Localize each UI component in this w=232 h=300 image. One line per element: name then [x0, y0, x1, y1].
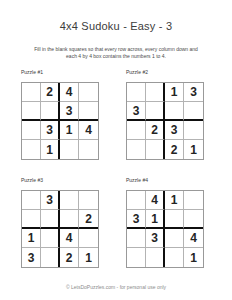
given-cell: 1	[79, 248, 98, 267]
instructions-line-1: Fill in the blank squares so that every …	[0, 46, 232, 53]
empty-cell	[127, 191, 146, 210]
puzzle-1-grid: 2433141	[21, 82, 99, 160]
puzzle-1-label: Puzzle #1	[21, 69, 103, 75]
given-cell: 2	[41, 83, 60, 102]
given-cell: 3	[41, 191, 60, 210]
given-cell: 3	[146, 229, 165, 248]
given-cell: 1	[165, 191, 184, 210]
empty-cell	[127, 229, 146, 248]
puzzle-3-grid: 3214321	[21, 190, 99, 268]
given-cell: 2	[79, 210, 98, 229]
given-cell: 4	[146, 191, 165, 210]
given-cell: 4	[60, 229, 79, 248]
empty-cell	[146, 102, 165, 121]
empty-cell	[22, 210, 41, 229]
puzzle-4: Puzzle #4 4131341	[126, 177, 208, 268]
empty-cell	[41, 102, 60, 121]
empty-cell	[79, 102, 98, 121]
given-cell: 4	[79, 121, 98, 140]
empty-cell	[79, 140, 98, 159]
instructions-line-2: each 4 by 4 box contains the numbers 1 t…	[0, 53, 232, 60]
given-cell: 3	[127, 210, 146, 229]
given-cell: 2	[146, 121, 165, 140]
given-cell: 4	[184, 229, 203, 248]
page-title: 4x4 Sudoku - Easy - 3	[0, 20, 232, 32]
given-cell: 3	[41, 121, 60, 140]
worksheet-page: 4x4 Sudoku - Easy - 3 Fill in the blank …	[0, 0, 232, 300]
given-cell: 4	[60, 83, 79, 102]
empty-cell	[22, 83, 41, 102]
given-cell: 3	[60, 102, 79, 121]
empty-cell	[60, 140, 79, 159]
given-cell: 2	[165, 140, 184, 159]
empty-cell	[165, 102, 184, 121]
puzzle-4-label: Puzzle #4	[126, 177, 208, 183]
instructions: Fill in the blank squares so that every …	[0, 46, 232, 60]
empty-cell	[127, 83, 146, 102]
empty-cell	[60, 210, 79, 229]
empty-cell	[184, 210, 203, 229]
empty-cell	[146, 83, 165, 102]
empty-cell	[184, 191, 203, 210]
given-cell: 1	[184, 248, 203, 267]
given-cell: 1	[22, 229, 41, 248]
given-cell: 1	[146, 210, 165, 229]
empty-cell	[184, 102, 203, 121]
empty-cell	[60, 191, 79, 210]
empty-cell	[41, 210, 60, 229]
empty-cell	[22, 121, 41, 140]
empty-cell	[165, 210, 184, 229]
given-cell: 1	[41, 140, 60, 159]
given-cell: 3	[165, 121, 184, 140]
empty-cell	[79, 229, 98, 248]
puzzle-3-label: Puzzle #3	[21, 177, 103, 183]
empty-cell	[127, 140, 146, 159]
footer-credit: © LetsDoPuzzles.com - for personal use o…	[0, 284, 232, 290]
empty-cell	[146, 140, 165, 159]
puzzle-2: Puzzle #2 1332321	[126, 69, 208, 160]
given-cell: 3	[184, 83, 203, 102]
puzzle-4-grid: 4131341	[126, 190, 204, 268]
empty-cell	[184, 121, 203, 140]
empty-cell	[127, 121, 146, 140]
empty-cell	[41, 229, 60, 248]
given-cell: 3	[127, 102, 146, 121]
empty-cell	[146, 248, 165, 267]
puzzle-2-grid: 1332321	[126, 82, 204, 160]
empty-cell	[22, 102, 41, 121]
empty-cell	[165, 229, 184, 248]
given-cell: 3	[22, 248, 41, 267]
empty-cell	[79, 83, 98, 102]
puzzle-3: Puzzle #3 3214321	[21, 177, 103, 268]
empty-cell	[165, 248, 184, 267]
empty-cell	[127, 248, 146, 267]
given-cell: 2	[60, 248, 79, 267]
empty-cell	[22, 140, 41, 159]
puzzle-1: Puzzle #1 2433141	[21, 69, 103, 160]
empty-cell	[41, 248, 60, 267]
given-cell: 1	[165, 83, 184, 102]
given-cell: 1	[184, 140, 203, 159]
empty-cell	[22, 191, 41, 210]
empty-cell	[79, 191, 98, 210]
puzzle-2-label: Puzzle #2	[126, 69, 208, 75]
given-cell: 1	[60, 121, 79, 140]
